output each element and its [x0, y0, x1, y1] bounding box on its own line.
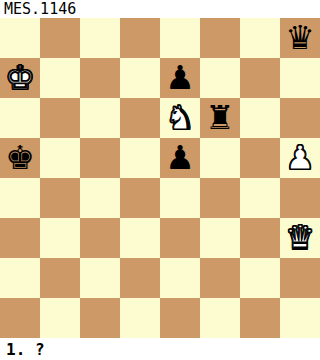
square-b4[interactable] [40, 178, 80, 218]
square-g5[interactable] [240, 138, 280, 178]
square-c8[interactable] [80, 18, 120, 58]
square-a1[interactable] [0, 298, 40, 338]
square-a2[interactable] [0, 258, 40, 298]
square-c1[interactable] [80, 298, 120, 338]
square-d4[interactable] [120, 178, 160, 218]
square-b6[interactable] [40, 98, 80, 138]
square-h1[interactable] [280, 298, 320, 338]
square-c5[interactable] [80, 138, 120, 178]
square-e4[interactable] [160, 178, 200, 218]
square-f8[interactable] [200, 18, 240, 58]
black-pawn-piece: ♟ [160, 138, 200, 178]
chess-board: ♛♚♟♞♜♚♟♟♛ [0, 18, 320, 338]
square-g3[interactable] [240, 218, 280, 258]
square-c3[interactable] [80, 218, 120, 258]
square-d6[interactable] [120, 98, 160, 138]
black-king-piece: ♚ [0, 138, 40, 178]
white-knight-piece: ♞ [160, 98, 200, 138]
square-c2[interactable] [80, 258, 120, 298]
square-g7[interactable] [240, 58, 280, 98]
square-e2[interactable] [160, 258, 200, 298]
square-c7[interactable] [80, 58, 120, 98]
square-d1[interactable] [120, 298, 160, 338]
square-f7[interactable] [200, 58, 240, 98]
square-f3[interactable] [200, 218, 240, 258]
square-a6[interactable] [0, 98, 40, 138]
square-e8[interactable] [160, 18, 200, 58]
square-e6[interactable]: ♞ [160, 98, 200, 138]
square-b2[interactable] [40, 258, 80, 298]
white-pawn-piece: ♟ [280, 138, 320, 178]
square-c4[interactable] [80, 178, 120, 218]
square-e5[interactable]: ♟ [160, 138, 200, 178]
chess-puzzle-page: MES.1146 ♛♚♟♞♜♚♟♟♛ 1. ? [0, 0, 320, 360]
square-f4[interactable] [200, 178, 240, 218]
square-g2[interactable] [240, 258, 280, 298]
square-f1[interactable] [200, 298, 240, 338]
square-h6[interactable] [280, 98, 320, 138]
square-b8[interactable] [40, 18, 80, 58]
square-h4[interactable] [280, 178, 320, 218]
square-e3[interactable] [160, 218, 200, 258]
square-d8[interactable] [120, 18, 160, 58]
square-g4[interactable] [240, 178, 280, 218]
move-prompt: 1. ? [6, 339, 45, 360]
square-h3[interactable]: ♛ [280, 218, 320, 258]
square-a3[interactable] [0, 218, 40, 258]
square-g6[interactable] [240, 98, 280, 138]
square-f6[interactable]: ♜ [200, 98, 240, 138]
square-f2[interactable] [200, 258, 240, 298]
square-h2[interactable] [280, 258, 320, 298]
square-h7[interactable] [280, 58, 320, 98]
white-king-piece: ♚ [0, 58, 40, 98]
square-h5[interactable]: ♟ [280, 138, 320, 178]
square-a7[interactable]: ♚ [0, 58, 40, 98]
square-b7[interactable] [40, 58, 80, 98]
square-d2[interactable] [120, 258, 160, 298]
square-a5[interactable]: ♚ [0, 138, 40, 178]
square-d7[interactable] [120, 58, 160, 98]
square-b1[interactable] [40, 298, 80, 338]
square-e1[interactable] [160, 298, 200, 338]
square-f5[interactable] [200, 138, 240, 178]
square-d5[interactable] [120, 138, 160, 178]
black-queen-piece: ♛ [280, 18, 320, 58]
square-d3[interactable] [120, 218, 160, 258]
square-h8[interactable]: ♛ [280, 18, 320, 58]
white-queen-piece: ♛ [280, 218, 320, 258]
square-b3[interactable] [40, 218, 80, 258]
square-a8[interactable] [0, 18, 40, 58]
square-a4[interactable] [0, 178, 40, 218]
black-pawn-piece: ♟ [160, 58, 200, 98]
square-e7[interactable]: ♟ [160, 58, 200, 98]
square-c6[interactable] [80, 98, 120, 138]
square-g8[interactable] [240, 18, 280, 58]
square-g1[interactable] [240, 298, 280, 338]
puzzle-id: MES.1146 [4, 0, 76, 18]
square-b5[interactable] [40, 138, 80, 178]
black-rook-piece: ♜ [200, 98, 240, 138]
